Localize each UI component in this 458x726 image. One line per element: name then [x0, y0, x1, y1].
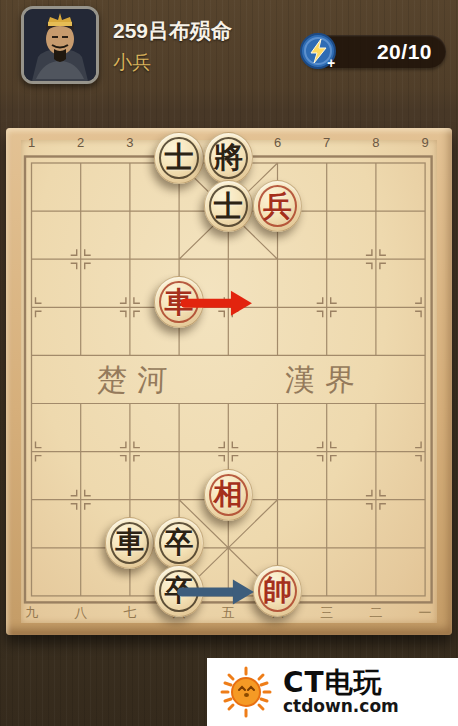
- piece-red-general[interactable]: 帥: [253, 565, 302, 617]
- watermark-domain: ctdown.com: [283, 698, 399, 716]
- piece-red-elephant[interactable]: 相: [204, 469, 253, 521]
- piece-glyph: 士: [214, 192, 243, 221]
- piece-black-chariot[interactable]: 車: [105, 517, 154, 569]
- watermark-banner: CT电玩 ctdown.com: [207, 658, 458, 726]
- piece-black-general[interactable]: 將: [204, 132, 253, 184]
- piece-glyph: 卒: [165, 528, 194, 557]
- avatar-portrait: [24, 9, 96, 81]
- piece-glyph: 卒: [165, 576, 194, 605]
- svg-text:+: +: [327, 55, 335, 71]
- energy-lightning-icon: +: [299, 32, 338, 71]
- energy-counter[interactable]: + 20/10: [302, 35, 446, 68]
- watermark-title: CT电玩: [283, 668, 399, 697]
- piece-red-chariot[interactable]: 車: [154, 276, 203, 328]
- level-title: 259吕布殒命: [113, 17, 232, 45]
- piece-glyph: 將: [214, 143, 243, 172]
- xiangqi-board: 123456789九八七六五四三二一 楚河 漢界 士將士兵車相車卒卒帥: [6, 128, 452, 635]
- piece-black-soldier[interactable]: 卒: [154, 565, 203, 617]
- piece-glyph: 士: [165, 143, 194, 172]
- piece-red-soldier[interactable]: 兵: [253, 180, 302, 232]
- piece-glyph: 車: [115, 528, 144, 557]
- pieces-layer: 士將士兵車相車卒卒帥: [7, 139, 450, 620]
- game-screen: 259吕布殒命 小兵 + 20/10 123456789九八七六五四三二一 楚河…: [0, 0, 458, 726]
- piece-black-soldier[interactable]: 卒: [154, 517, 203, 569]
- player-rank: 小兵: [113, 50, 232, 76]
- piece-glyph: 車: [165, 288, 194, 317]
- energy-value: 20/10: [377, 40, 432, 64]
- piece-glyph: 帥: [263, 576, 292, 605]
- header-bar: 259吕布殒命 小兵 + 20/10: [0, 0, 458, 96]
- piece-glyph: 相: [214, 480, 243, 509]
- piece-black-advisor[interactable]: 士: [204, 180, 253, 232]
- sun-logo-icon: [219, 665, 273, 719]
- piece-black-advisor[interactable]: 士: [154, 132, 203, 184]
- player-avatar[interactable]: [21, 6, 99, 84]
- piece-glyph: 兵: [263, 192, 292, 221]
